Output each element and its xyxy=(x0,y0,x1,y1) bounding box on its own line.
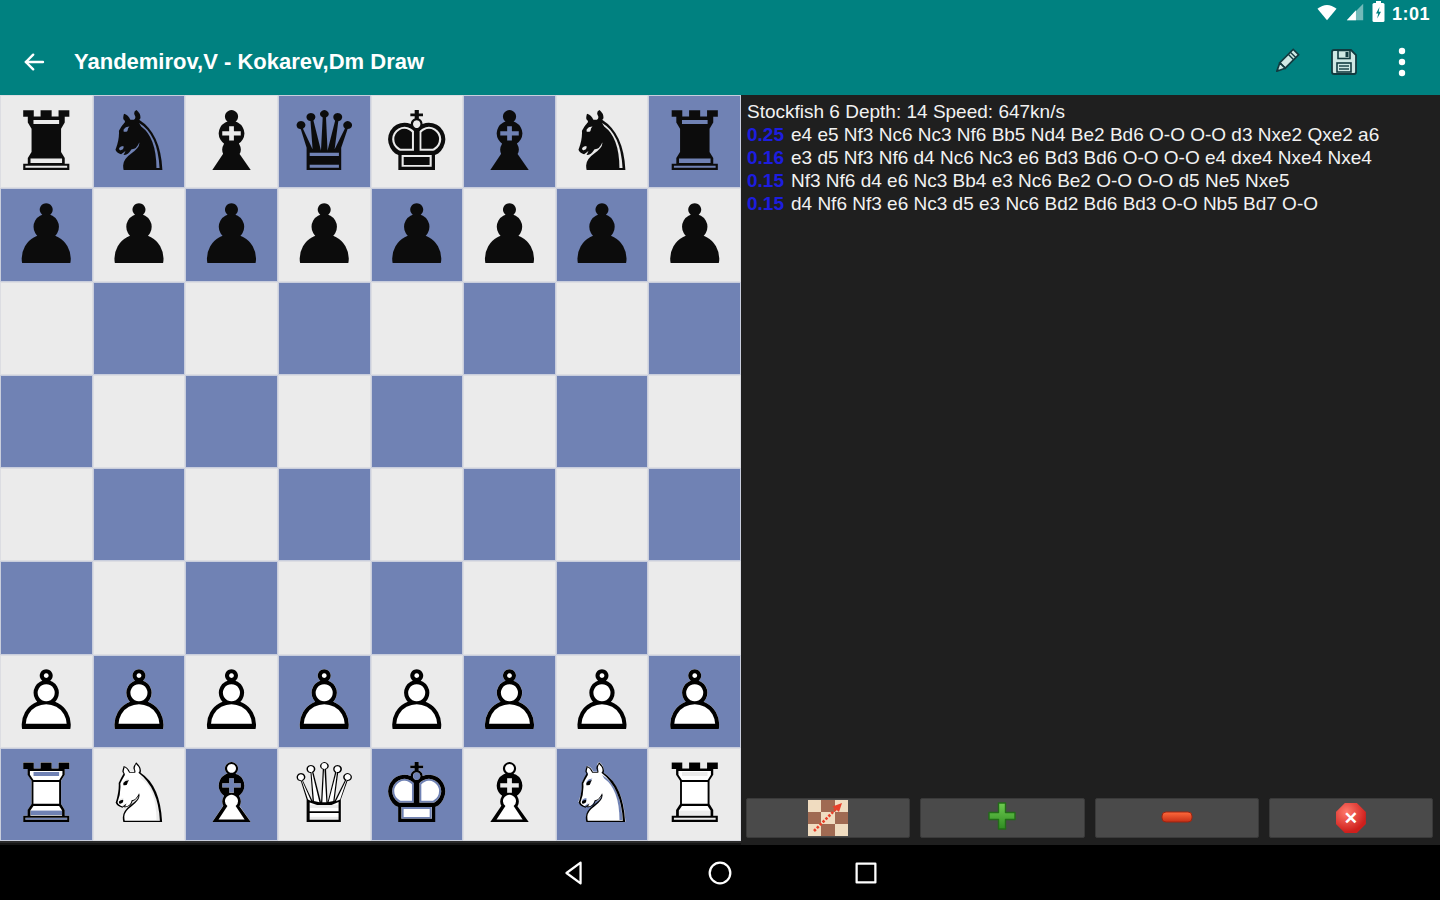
piece-black-pawn: ♟ xyxy=(556,188,649,281)
square-h1[interactable]: ♜♖ xyxy=(648,748,741,841)
cancel-x-icon: ✕ xyxy=(1336,803,1366,833)
nav-back-icon[interactable] xyxy=(557,856,591,890)
piece-white-knight: ♞ xyxy=(556,748,649,841)
square-g8[interactable]: ♞ xyxy=(556,95,649,188)
square-c2[interactable]: ♟♙ xyxy=(185,655,278,748)
square-b2[interactable]: ♟♙ xyxy=(93,655,186,748)
engine-line[interactable]: 0.15Nf3 Nf6 d4 e6 Nc3 Bb4 e3 Nc6 Be2 O-O… xyxy=(747,169,1440,192)
piece-white-pawn: ♟ xyxy=(278,655,371,748)
piece-white-knight: ♞ xyxy=(93,748,186,841)
square-a7[interactable]: ♟ xyxy=(0,188,93,281)
square-h7[interactable]: ♟ xyxy=(648,188,741,281)
eval-score: 0.25 xyxy=(747,124,784,145)
piece-white-pawn: ♟ xyxy=(556,655,649,748)
engine-line[interactable]: 0.16e3 d5 Nf3 Nf6 d4 Nc6 Nc3 e6 Bd3 Bd6 … xyxy=(747,146,1440,169)
piece-white-pawn-outline: ♙ xyxy=(185,655,278,748)
square-f5[interactable] xyxy=(463,375,556,468)
piece-white-king-outline: ♔ xyxy=(371,748,464,841)
piece-white-bishop-outline: ♗ xyxy=(185,748,278,841)
square-b7[interactable]: ♟ xyxy=(93,188,186,281)
nav-home-icon[interactable] xyxy=(703,856,737,890)
square-g6[interactable] xyxy=(556,282,649,375)
square-f8[interactable]: ♝ xyxy=(463,95,556,188)
square-d4[interactable] xyxy=(278,468,371,561)
square-b6[interactable] xyxy=(93,282,186,375)
piece-white-pawn: ♟ xyxy=(463,655,556,748)
app-bar: Yandemirov,V - Kokarev,Dm Draw xyxy=(0,28,1440,95)
piece-white-bishop: ♝ xyxy=(463,748,556,841)
edit-pencil-icon[interactable] xyxy=(1264,40,1308,84)
square-f4[interactable] xyxy=(463,468,556,561)
pv-moves: Nf3 Nf6 d4 e6 Nc3 Bb4 e3 Nc6 Be2 O-O O-O… xyxy=(791,170,1289,191)
square-f6[interactable] xyxy=(463,282,556,375)
content-area: ♜♞♝♛♚♝♞♜♟♟♟♟♟♟♟♟♟♙♟♙♟♙♟♙♟♙♟♙♟♙♟♙♜♖♞♘♝♗♛♕… xyxy=(0,95,1440,845)
stop-engine-button[interactable]: ✕ xyxy=(1269,798,1433,838)
engine-toolbar: ✕ xyxy=(741,798,1440,845)
piece-white-pawn-outline: ♙ xyxy=(278,655,371,748)
square-f3[interactable] xyxy=(463,561,556,654)
square-c5[interactable] xyxy=(185,375,278,468)
pv-moves: e4 e5 Nf3 Nc6 Nc3 Nf6 Bb5 Nd4 Be2 Bd6 O-… xyxy=(791,124,1379,145)
square-a4[interactable] xyxy=(0,468,93,561)
square-h8[interactable]: ♜ xyxy=(648,95,741,188)
square-c3[interactable] xyxy=(185,561,278,654)
piece-white-pawn-outline: ♙ xyxy=(93,655,186,748)
square-b8[interactable]: ♞ xyxy=(93,95,186,188)
piece-black-rook: ♜ xyxy=(0,95,93,188)
piece-black-pawn: ♟ xyxy=(371,188,464,281)
pv-moves: e3 d5 Nf3 Nf6 d4 Nc6 Nc3 e6 Bd3 Bd6 O-O … xyxy=(791,147,1372,168)
piece-white-bishop: ♝ xyxy=(185,748,278,841)
panel-spacer xyxy=(741,215,1440,798)
engine-line[interactable]: 0.25e4 e5 Nf3 Nc6 Nc3 Nf6 Bb5 Nd4 Be2 Bd… xyxy=(747,123,1440,146)
minus-icon xyxy=(1161,809,1193,827)
square-e1[interactable]: ♚♔ xyxy=(371,748,464,841)
android-nav-bar xyxy=(0,845,1440,900)
piece-white-queen-outline: ♕ xyxy=(278,748,371,841)
square-e5[interactable] xyxy=(371,375,464,468)
piece-white-pawn: ♟ xyxy=(371,655,464,748)
square-g4[interactable] xyxy=(556,468,649,561)
square-h2[interactable]: ♟♙ xyxy=(648,655,741,748)
piece-white-knight-outline: ♘ xyxy=(556,748,649,841)
square-g7[interactable]: ♟ xyxy=(556,188,649,281)
square-h6[interactable] xyxy=(648,282,741,375)
eval-score: 0.15 xyxy=(747,170,784,191)
square-f1[interactable]: ♝♗ xyxy=(463,748,556,841)
square-e7[interactable]: ♟ xyxy=(371,188,464,281)
piece-black-bishop: ♝ xyxy=(463,95,556,188)
nav-recents-icon[interactable] xyxy=(849,856,883,890)
piece-white-pawn-outline: ♙ xyxy=(0,655,93,748)
board-setup-button[interactable] xyxy=(746,798,910,838)
piece-white-rook-outline: ♖ xyxy=(0,748,93,841)
mini-board-icon xyxy=(808,800,848,836)
square-b5[interactable] xyxy=(93,375,186,468)
square-b3[interactable] xyxy=(93,561,186,654)
piece-white-king: ♚ xyxy=(371,748,464,841)
piece-white-rook-outline: ♖ xyxy=(648,748,741,841)
square-e3[interactable] xyxy=(371,561,464,654)
piece-white-queen: ♛ xyxy=(278,748,371,841)
piece-white-knight-outline: ♘ xyxy=(93,748,186,841)
square-d2[interactable]: ♟♙ xyxy=(278,655,371,748)
square-e4[interactable] xyxy=(371,468,464,561)
square-g3[interactable] xyxy=(556,561,649,654)
square-c1[interactable]: ♝♗ xyxy=(185,748,278,841)
square-e8[interactable]: ♚ xyxy=(371,95,464,188)
chess-board[interactable]: ♜♞♝♛♚♝♞♜♟♟♟♟♟♟♟♟♟♙♟♙♟♙♟♙♟♙♟♙♟♙♟♙♜♖♞♘♝♗♛♕… xyxy=(0,95,741,843)
square-c8[interactable]: ♝ xyxy=(185,95,278,188)
cell-signal-icon xyxy=(1345,2,1365,26)
piece-black-rook: ♜ xyxy=(648,95,741,188)
square-e6[interactable] xyxy=(371,282,464,375)
square-d8[interactable]: ♛ xyxy=(278,95,371,188)
square-e2[interactable]: ♟♙ xyxy=(371,655,464,748)
wifi-icon xyxy=(1316,2,1338,26)
square-c4[interactable] xyxy=(185,468,278,561)
piece-white-pawn-outline: ♙ xyxy=(463,655,556,748)
save-floppy-icon[interactable] xyxy=(1322,40,1366,84)
battery-charging-icon xyxy=(1372,1,1385,27)
piece-black-bishop: ♝ xyxy=(185,95,278,188)
square-g1[interactable]: ♞♘ xyxy=(556,748,649,841)
piece-black-knight: ♞ xyxy=(556,95,649,188)
piece-black-pawn: ♟ xyxy=(648,188,741,281)
page-title: Yandemirov,V - Kokarev,Dm Draw xyxy=(74,49,1264,75)
status-bar: 1:01 xyxy=(0,0,1440,28)
engine-output: Stockfish 6 Depth: 14 Speed: 647kn/s 0.2… xyxy=(741,95,1440,215)
piece-white-pawn-outline: ♙ xyxy=(648,655,741,748)
eval-score: 0.16 xyxy=(747,147,784,168)
piece-white-bishop-outline: ♗ xyxy=(463,748,556,841)
engine-panel: Stockfish 6 Depth: 14 Speed: 647kn/s 0.2… xyxy=(741,95,1440,845)
square-c7[interactable]: ♟ xyxy=(185,188,278,281)
square-a2[interactable]: ♟♙ xyxy=(0,655,93,748)
back-arrow-icon[interactable] xyxy=(6,34,62,90)
square-f7[interactable]: ♟ xyxy=(463,188,556,281)
square-g5[interactable] xyxy=(556,375,649,468)
square-a3[interactable] xyxy=(0,561,93,654)
square-a6[interactable] xyxy=(0,282,93,375)
square-c6[interactable] xyxy=(185,282,278,375)
engine-line[interactable]: 0.15d4 Nf6 Nf3 e6 Nc3 d5 e3 Nc6 Bd2 Bd6 … xyxy=(747,192,1440,215)
piece-black-pawn: ♟ xyxy=(278,188,371,281)
piece-white-pawn: ♟ xyxy=(0,655,93,748)
eval-score: 0.15 xyxy=(747,193,784,214)
plus-icon xyxy=(987,801,1017,835)
piece-black-queen: ♛ xyxy=(278,95,371,188)
square-d7[interactable]: ♟ xyxy=(278,188,371,281)
piece-black-pawn: ♟ xyxy=(93,188,186,281)
square-d3[interactable] xyxy=(278,561,371,654)
square-g2[interactable]: ♟♙ xyxy=(556,655,649,748)
piece-white-pawn-outline: ♙ xyxy=(556,655,649,748)
square-a5[interactable] xyxy=(0,375,93,468)
piece-black-pawn: ♟ xyxy=(463,188,556,281)
square-b1[interactable]: ♞♘ xyxy=(93,748,186,841)
square-d5[interactable] xyxy=(278,375,371,468)
piece-white-pawn: ♟ xyxy=(648,655,741,748)
remove-line-button[interactable] xyxy=(1095,798,1259,838)
piece-white-pawn: ♟ xyxy=(185,655,278,748)
clock-time: 1:01 xyxy=(1392,4,1430,25)
square-h3[interactable] xyxy=(648,561,741,654)
pv-moves: d4 Nf6 Nf3 e6 Nc3 d5 e3 Nc6 Bd2 Bd6 Bd3 … xyxy=(791,193,1318,214)
square-f2[interactable]: ♟♙ xyxy=(463,655,556,748)
piece-black-king: ♚ xyxy=(371,95,464,188)
appbar-actions xyxy=(1264,40,1440,84)
square-h5[interactable] xyxy=(648,375,741,468)
piece-black-knight: ♞ xyxy=(93,95,186,188)
engine-header: Stockfish 6 Depth: 14 Speed: 647kn/s xyxy=(747,100,1440,123)
piece-white-rook: ♜ xyxy=(648,748,741,841)
piece-white-rook: ♜ xyxy=(0,748,93,841)
square-a1[interactable]: ♜♖ xyxy=(0,748,93,841)
overflow-menu-icon[interactable] xyxy=(1380,40,1424,84)
square-d1[interactable]: ♛♕ xyxy=(278,748,371,841)
square-h4[interactable] xyxy=(648,468,741,561)
piece-white-pawn-outline: ♙ xyxy=(371,655,464,748)
square-b4[interactable] xyxy=(93,468,186,561)
piece-white-pawn: ♟ xyxy=(93,655,186,748)
piece-black-pawn: ♟ xyxy=(0,188,93,281)
add-line-button[interactable] xyxy=(920,798,1084,838)
square-d6[interactable] xyxy=(278,282,371,375)
square-a8[interactable]: ♜ xyxy=(0,95,93,188)
piece-black-pawn: ♟ xyxy=(185,188,278,281)
